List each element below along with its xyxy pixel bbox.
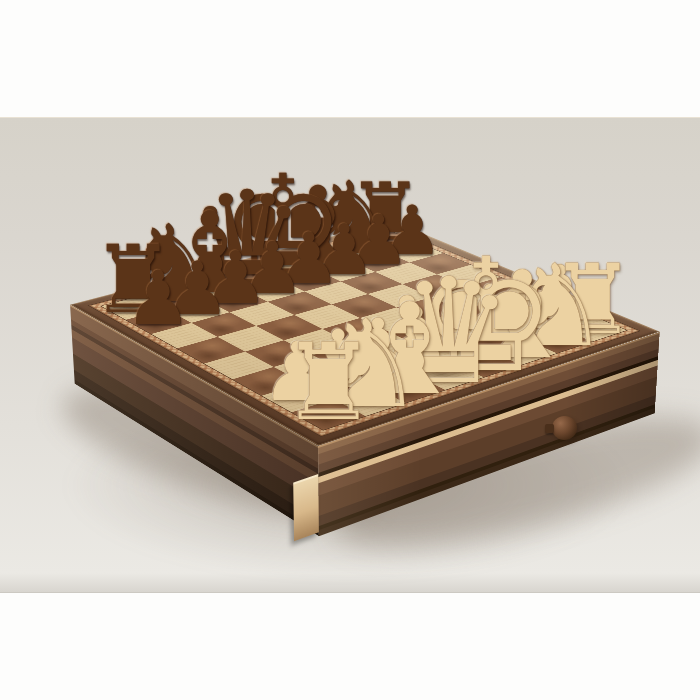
board-square-c6r8 — [232, 367, 302, 396]
board-square-c5r7 — [245, 340, 313, 367]
board-square-c8r6 — [374, 374, 446, 403]
board-square-c8r3 — [488, 338, 557, 365]
drawer-end-cap — [293, 474, 319, 541]
board-square-c8r5 — [413, 362, 484, 390]
product-photo: ♜♟♟♜♞♟♟♞♝♟♟♝♚♟♟♚♛♟♟♛♝♟♟♝♞♟♟♞♜♟♟♜ — [0, 0, 700, 700]
board-square-c4r7 — [217, 326, 284, 352]
board-square-c8r7 — [333, 386, 405, 416]
board-square-c8r1 — [559, 316, 626, 341]
board-square-c7r7 — [303, 370, 374, 399]
board-square-c7r3 — [456, 324, 524, 350]
board-square-c7r6 — [343, 358, 413, 386]
board-square-c5r8 — [204, 352, 273, 380]
board-square-c6r7 — [273, 355, 343, 383]
board-square-c5r6 — [284, 329, 351, 355]
board-square-c4r8 — [177, 337, 245, 364]
board-square-c6r5 — [352, 332, 420, 358]
chess-case — [70, 221, 660, 446]
board-square-c8r4 — [451, 350, 521, 377]
board-square-c6r4 — [389, 321, 456, 347]
board-square-c7r4 — [420, 335, 488, 361]
board-square-c8r2 — [524, 327, 592, 353]
board-square-c7r8 — [262, 383, 334, 413]
board-square-c4r6 — [257, 315, 323, 340]
board-square-c3r8 — [151, 323, 217, 349]
board-square-c8r8 — [292, 399, 365, 430]
board-square-c7r5 — [382, 347, 451, 374]
board-square-c5r5 — [323, 318, 390, 343]
board-square-c6r6 — [313, 343, 382, 370]
chess-set-scene — [0, 0, 700, 700]
